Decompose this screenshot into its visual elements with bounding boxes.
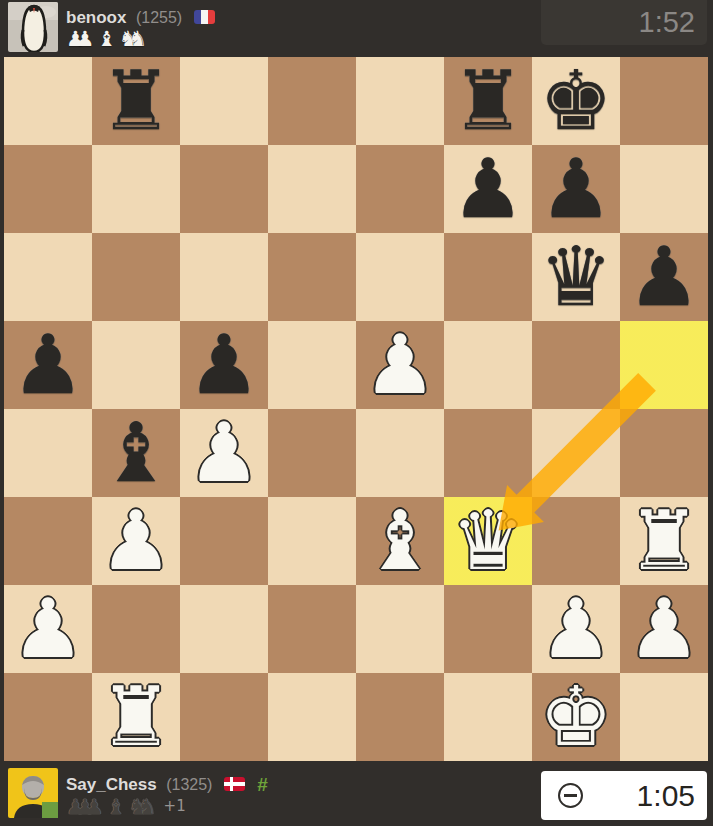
penguin-avatar-image xyxy=(8,2,58,52)
captured-knight-x2: ♞♞ xyxy=(119,27,147,51)
player-username[interactable]: Say_Chess xyxy=(66,775,157,794)
black-king[interactable]: ♚ xyxy=(539,57,613,145)
square-c3[interactable] xyxy=(180,497,268,585)
square-d4[interactable] xyxy=(268,409,356,497)
square-g5[interactable] xyxy=(532,321,620,409)
chess-board[interactable]: ♜♜♚♟♟♛♟♟♟♟♝♟♟♝♛♜♟♟♟♜♚ xyxy=(4,57,708,761)
white-queen[interactable]: ♛ xyxy=(451,497,525,585)
board-area: ♜♜♚♟♟♛♟♟♟♟♝♟♟♝♛♜♟♟♟♜♚ xyxy=(4,57,708,761)
white-king[interactable]: ♚ xyxy=(539,673,613,761)
square-a2[interactable]: ♟ xyxy=(4,585,92,673)
opponent-bar: benoox (1255) ♟♟♝♞♞ 1:52 xyxy=(0,0,713,57)
square-f6[interactable] xyxy=(444,233,532,321)
square-g2[interactable]: ♟ xyxy=(532,585,620,673)
captured-pawn-x3: ♟♟♟ xyxy=(66,795,104,819)
square-a6[interactable] xyxy=(4,233,92,321)
square-h2[interactable]: ♟ xyxy=(620,585,708,673)
white-pawn[interactable]: ♟ xyxy=(187,409,261,497)
france-flag-icon xyxy=(194,10,215,24)
square-e8[interactable] xyxy=(356,57,444,145)
denmark-flag-icon xyxy=(224,777,245,791)
black-pawn[interactable]: ♟ xyxy=(627,233,701,321)
square-c1[interactable] xyxy=(180,673,268,761)
square-e2[interactable] xyxy=(356,585,444,673)
player-bar: Say_Chess (1325) # ♟♟♟♝♞♞+1 1:05 xyxy=(0,762,713,826)
square-g1[interactable]: ♚ xyxy=(532,673,620,761)
square-h7[interactable] xyxy=(620,145,708,233)
black-pawn[interactable]: ♟ xyxy=(187,321,261,409)
square-b5[interactable] xyxy=(92,321,180,409)
square-g8[interactable]: ♚ xyxy=(532,57,620,145)
black-rook[interactable]: ♜ xyxy=(451,57,525,145)
square-d1[interactable] xyxy=(268,673,356,761)
square-f5[interactable] xyxy=(444,321,532,409)
black-pawn[interactable]: ♟ xyxy=(11,321,85,409)
square-a5[interactable]: ♟ xyxy=(4,321,92,409)
square-h8[interactable] xyxy=(620,57,708,145)
square-f7[interactable]: ♟ xyxy=(444,145,532,233)
square-e7[interactable] xyxy=(356,145,444,233)
game-screen: benoox (1255) ♟♟♝♞♞ 1:52 ♜♜♚♟♟♛♟♟♟♟♝♟♟♝♛… xyxy=(0,0,713,826)
captured-knight-x2: ♞♞ xyxy=(128,795,156,819)
square-b4[interactable]: ♝ xyxy=(92,409,180,497)
square-b2[interactable] xyxy=(92,585,180,673)
square-a1[interactable] xyxy=(4,673,92,761)
square-b3[interactable]: ♟ xyxy=(92,497,180,585)
white-pawn[interactable]: ♟ xyxy=(11,585,85,673)
square-a7[interactable] xyxy=(4,145,92,233)
black-rook[interactable]: ♜ xyxy=(99,57,173,145)
captured-black-pieces-tray: ♟♟♟♝♞♞+1 xyxy=(66,795,186,819)
player-clock: 1:05 xyxy=(541,771,707,820)
square-e5[interactable]: ♟ xyxy=(356,321,444,409)
white-rook[interactable]: ♜ xyxy=(627,497,701,585)
square-a8[interactable] xyxy=(4,57,92,145)
square-c7[interactable] xyxy=(180,145,268,233)
square-d7[interactable] xyxy=(268,145,356,233)
opponent-avatar[interactable] xyxy=(8,2,58,52)
square-e3[interactable]: ♝ xyxy=(356,497,444,585)
black-bishop[interactable]: ♝ xyxy=(99,409,173,497)
square-c6[interactable] xyxy=(180,233,268,321)
square-b6[interactable] xyxy=(92,233,180,321)
square-d3[interactable] xyxy=(268,497,356,585)
square-c8[interactable] xyxy=(180,57,268,145)
white-pawn[interactable]: ♟ xyxy=(627,585,701,673)
square-f3[interactable]: ♛ xyxy=(444,497,532,585)
square-b8[interactable]: ♜ xyxy=(92,57,180,145)
opponent-rating: (1255) xyxy=(136,9,182,26)
square-d2[interactable] xyxy=(268,585,356,673)
square-g7[interactable]: ♟ xyxy=(532,145,620,233)
square-f4[interactable] xyxy=(444,409,532,497)
opponent-clock: 1:52 xyxy=(541,0,707,45)
captured-pawn-x2: ♟♟ xyxy=(66,27,94,51)
square-h1[interactable] xyxy=(620,673,708,761)
square-c4[interactable]: ♟ xyxy=(180,409,268,497)
square-g4[interactable] xyxy=(532,409,620,497)
captured-white-pieces-tray: ♟♟♝♞♞ xyxy=(66,27,150,51)
minus-circle-icon xyxy=(558,783,583,808)
white-pawn[interactable]: ♟ xyxy=(99,497,173,585)
square-h5[interactable] xyxy=(620,321,708,409)
square-f8[interactable]: ♜ xyxy=(444,57,532,145)
material-advantage: +1 xyxy=(164,797,186,815)
white-bishop[interactable]: ♝ xyxy=(363,497,437,585)
square-g6[interactable]: ♛ xyxy=(532,233,620,321)
square-c5[interactable]: ♟ xyxy=(180,321,268,409)
square-h6[interactable]: ♟ xyxy=(620,233,708,321)
square-g3[interactable] xyxy=(532,497,620,585)
square-e6[interactable] xyxy=(356,233,444,321)
square-h3[interactable]: ♜ xyxy=(620,497,708,585)
square-a3[interactable] xyxy=(4,497,92,585)
player-clock-time: 1:05 xyxy=(637,779,695,812)
square-d6[interactable] xyxy=(268,233,356,321)
black-pawn[interactable]: ♟ xyxy=(451,145,525,233)
white-pawn[interactable]: ♟ xyxy=(539,585,613,673)
white-rook[interactable]: ♜ xyxy=(99,673,173,761)
online-status-badge xyxy=(42,802,58,818)
black-queen[interactable]: ♛ xyxy=(539,233,613,321)
captured-bishop-x1: ♝ xyxy=(97,27,116,51)
square-c2[interactable] xyxy=(180,585,268,673)
square-h4[interactable] xyxy=(620,409,708,497)
square-b7[interactable] xyxy=(92,145,180,233)
square-d8[interactable] xyxy=(268,57,356,145)
square-e1[interactable] xyxy=(356,673,444,761)
player-rating: (1325) xyxy=(166,776,212,793)
opponent-clock-time: 1:52 xyxy=(639,6,695,38)
square-d5[interactable] xyxy=(268,321,356,409)
black-pawn[interactable]: ♟ xyxy=(539,145,613,233)
square-a4[interactable] xyxy=(4,409,92,497)
white-pawn[interactable]: ♟ xyxy=(363,321,437,409)
hashtag-badge-icon: # xyxy=(257,774,268,795)
opponent-username[interactable]: benoox xyxy=(66,8,126,27)
square-f2[interactable] xyxy=(444,585,532,673)
square-b1[interactable]: ♜ xyxy=(92,673,180,761)
captured-bishop-x1: ♝ xyxy=(107,795,126,819)
square-e4[interactable] xyxy=(356,409,444,497)
square-f1[interactable] xyxy=(444,673,532,761)
